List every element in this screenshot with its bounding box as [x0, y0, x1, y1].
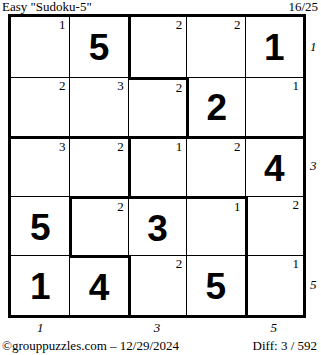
pencil-mark: 2: [117, 199, 124, 214]
pencil-mark: 1: [234, 199, 241, 214]
col-label-5: 5: [271, 320, 278, 336]
puzzle-title: Easy "Sudoku-5": [2, 0, 92, 15]
pencil-mark: 1: [293, 256, 300, 271]
pencil-mark: 1: [293, 78, 300, 93]
cell-r5c4: 5: [186, 255, 244, 315]
pencil-mark: 3: [117, 78, 124, 93]
cell-r2c5[interactable]: 1: [245, 77, 303, 137]
pencil-mark: 3: [59, 139, 66, 154]
cell-r4c3: 3: [128, 196, 186, 256]
cell-r5c2: 4: [69, 255, 127, 315]
cell-r4c2[interactable]: 2: [69, 196, 127, 256]
cell-r5c5[interactable]: 1: [245, 255, 303, 315]
cell-r3c3[interactable]: 1: [128, 136, 186, 196]
pencil-mark: 2: [293, 197, 300, 212]
cell-r3c2[interactable]: 2: [69, 136, 127, 196]
cell-r1c5: 1: [245, 17, 303, 77]
given-digit: 4: [264, 150, 285, 187]
cell-r3c4[interactable]: 2: [186, 136, 244, 196]
cell-r4c5[interactable]: 2: [245, 196, 303, 256]
pencil-mark: 1: [59, 17, 66, 32]
given-digit: 2: [207, 89, 228, 126]
col-label-1: 1: [37, 320, 44, 336]
difficulty-text: Diff: 3 / 592: [253, 338, 317, 354]
copyright-text: ©grouppuzzles.com – 12/29/2024: [2, 338, 179, 354]
pencil-mark: 1: [176, 139, 183, 154]
given-digit: 1: [264, 29, 285, 66]
pencil-mark: 2: [59, 78, 66, 93]
cell-r2c3[interactable]: 2: [128, 77, 186, 137]
row-label-3: 3: [310, 158, 317, 174]
cell-r1c4[interactable]: 2: [186, 17, 244, 77]
pencil-mark: 2: [234, 17, 241, 32]
given-digit: 3: [147, 210, 168, 247]
col-label-3: 3: [154, 320, 161, 336]
cell-r1c2: 5: [69, 17, 127, 77]
cell-r1c3[interactable]: 2: [128, 17, 186, 77]
row-label-5: 5: [310, 277, 317, 293]
cell-r2c4: 2: [186, 77, 244, 137]
clue-counter: 16/25: [288, 0, 318, 15]
cell-r4c1: 5: [11, 196, 69, 256]
pencil-mark: 2: [234, 139, 241, 154]
pencil-mark: 2: [176, 256, 183, 271]
pencil-mark: 2: [176, 80, 183, 95]
given-digit: 5: [30, 209, 51, 246]
given-digit: 4: [89, 269, 110, 306]
pencil-mark: 2: [117, 139, 124, 154]
row-label-1: 1: [310, 39, 317, 55]
cell-r2c2[interactable]: 3: [69, 77, 127, 137]
sudoku-board: 1522123221321245231214251: [8, 14, 306, 318]
pencil-mark: 2: [176, 17, 183, 32]
cell-r5c1: 1: [11, 255, 69, 315]
cell-r3c5: 4: [245, 136, 303, 196]
given-digit: 5: [206, 268, 227, 305]
cell-r2c1[interactable]: 2: [11, 77, 69, 137]
cell-r1c1[interactable]: 1: [11, 17, 69, 77]
given-digit: 1: [30, 268, 51, 305]
cell-r5c3[interactable]: 2: [128, 255, 186, 315]
cell-r3c1[interactable]: 3: [11, 136, 69, 196]
cell-r4c4[interactable]: 1: [186, 196, 244, 256]
given-digit: 5: [89, 29, 110, 66]
